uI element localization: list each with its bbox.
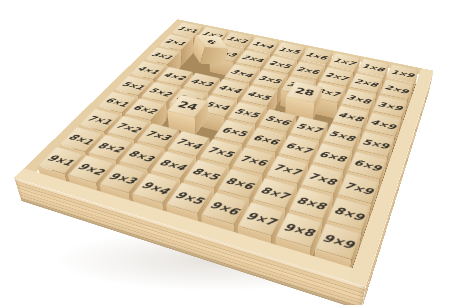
cube-label: 7×9 [343,180,375,195]
cube-label: 5×2 [147,87,173,98]
cube-label: 7×7 [272,162,302,176]
cube-label: 8×6 [224,176,255,191]
cube-label: 9×4 [140,180,172,196]
cube-label: 7×5 [206,145,235,158]
cube-label: 4×8 [337,111,365,123]
cube-label: 3×1 [150,51,174,60]
cube-label: 6×7 [284,141,313,154]
cube-label: 7×4 [174,137,203,150]
cube-label: 5×8 [328,129,357,142]
cube-label: 7×2 [114,121,142,133]
cube-label: 5×5 [233,107,260,118]
cube-label: 2×5 [268,60,293,69]
cube-label: 9×2 [76,162,106,177]
cube-label: 4×9 [369,118,397,130]
cube-label: 1×5 [278,46,301,54]
answer-label: 9 [206,39,219,45]
cube-label: 9×3 [107,171,138,185]
cube-label: 6×5 [220,126,248,138]
answer-label: 28 [293,86,315,97]
cube-label: 6×1 [104,96,131,107]
cube-label: 7×3 [144,129,173,141]
cube-label: 2×6 [296,66,320,75]
cube-label: 4×3 [189,78,214,87]
cube-label: 8×3 [126,149,156,163]
cube-label: 5×1 [120,81,146,91]
cube-label: 2×8 [353,78,378,88]
cube-label: 8×5 [190,166,221,181]
cube-side-face [200,47,229,65]
cube-label: 8×4 [158,158,188,172]
cube-label: 1×8 [361,63,386,73]
cube-label: 2×4 [241,54,265,63]
cube-label: 1×4 [251,41,274,50]
cube-label: 4×2 [162,71,187,81]
cube-label: 7×8 [307,171,338,186]
cube-label: 3×4 [229,68,254,78]
cube-label: 9×7 [245,210,278,227]
cube-label: 5×7 [295,122,323,134]
cube-label: 6×2 [131,104,158,115]
cube-label: 3×9 [377,101,404,112]
product-photo-stage: 1×11×21×31×41×51×61×71×81×92×12×32×42×52… [0,0,450,305]
cube-label: 4×1 [136,65,161,75]
cube-label: 9×8 [282,221,315,238]
cube-label: 2×1 [164,38,187,46]
cube-label: 6×8 [318,150,347,163]
cube-label: 1×6 [305,51,329,60]
cube-label: 3×5 [257,75,282,85]
cube-label: 8×7 [259,185,291,201]
cube-label: 9×6 [208,199,241,216]
cube-label: 9×9 [321,232,355,250]
cube-label: 1×9 [390,69,415,78]
answer-label: 24 [176,100,200,112]
cube-label: 6×6 [252,133,281,145]
cube-label: 4×5 [246,90,272,101]
cube-label: 2×9 [384,84,410,95]
cube-label: 4×4 [217,84,243,94]
cube-label: 7×6 [239,154,269,167]
cube-label: 7×1 [86,114,114,125]
cube-label: 9×1 [46,153,76,166]
cube-label: 9×5 [173,190,205,206]
cube-label: 8×1 [67,133,96,146]
cube-label: 1×7 [332,57,356,66]
cube-label: 8×2 [96,141,125,153]
cube-label: 5×6 [264,114,292,126]
cube-label: 2×7 [324,71,349,81]
cube-label: 8×9 [332,205,365,222]
cube-label: 1×1 [176,26,199,34]
cube-label: 1×3 [226,36,249,44]
cube-label: 6×9 [352,158,382,172]
cube-label: 8×8 [295,195,327,211]
cube-label: 3×8 [345,94,371,105]
cube-label: 5×9 [361,138,389,150]
